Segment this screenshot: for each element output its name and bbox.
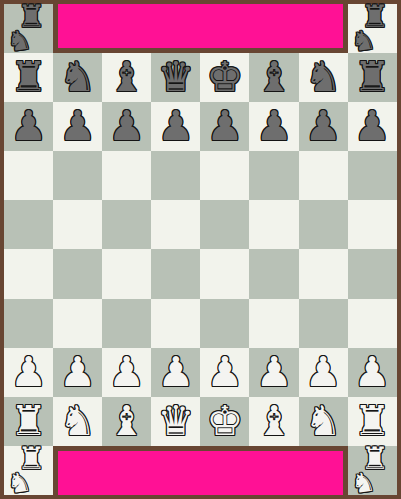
piece-black-bishop[interactable]: ♝	[256, 57, 293, 98]
chancellor-knight-part-icon: ♞	[349, 26, 377, 56]
piece-black-bishop[interactable]: ♝	[108, 57, 145, 98]
square-b8[interactable]: ♟	[53, 102, 102, 151]
square-e6[interactable]	[200, 200, 249, 249]
piece-black-king[interactable]: ♚	[207, 57, 244, 98]
square-a6[interactable]	[4, 200, 53, 249]
piece-white-pawn[interactable]: ♟	[10, 352, 47, 393]
square-a10[interactable]: ♜♞	[4, 4, 53, 53]
piece-white-queen[interactable]: ♛	[157, 401, 194, 442]
square-a5[interactable]	[4, 249, 53, 298]
piece-black-chancellor[interactable]: ♜♞	[4, 4, 53, 53]
piece-black-rook[interactable]: ♜	[354, 57, 391, 98]
square-g3[interactable]: ♟	[299, 348, 348, 397]
square-c6[interactable]	[102, 200, 151, 249]
square-c5[interactable]	[102, 249, 151, 298]
square-a4[interactable]	[4, 299, 53, 348]
piece-black-knight[interactable]: ♞	[59, 57, 96, 98]
square-a9[interactable]: ♜	[4, 53, 53, 102]
piece-black-pawn[interactable]: ♟	[256, 106, 293, 147]
square-f4[interactable]	[249, 299, 298, 348]
piece-white-knight[interactable]: ♞	[305, 401, 342, 442]
square-a3[interactable]: ♟	[4, 348, 53, 397]
square-b5[interactable]	[53, 249, 102, 298]
square-f7[interactable]	[249, 151, 298, 200]
square-c8[interactable]: ♟	[102, 102, 151, 151]
square-c3[interactable]: ♟	[102, 348, 151, 397]
piece-black-chancellor[interactable]: ♜♞	[348, 4, 397, 53]
piece-black-pawn[interactable]: ♟	[59, 106, 96, 147]
square-c9[interactable]: ♝	[102, 53, 151, 102]
chancellor-knight-part-icon: ♞	[349, 467, 377, 497]
square-b4[interactable]	[53, 299, 102, 348]
square-a7[interactable]	[4, 151, 53, 200]
square-e4[interactable]	[200, 299, 249, 348]
piece-white-pawn[interactable]: ♟	[207, 352, 244, 393]
square-b6[interactable]	[53, 200, 102, 249]
square-a1[interactable]: ♜♞	[4, 446, 53, 495]
piece-black-pawn[interactable]: ♟	[10, 106, 47, 147]
square-b2[interactable]: ♞	[53, 397, 102, 446]
square-h9[interactable]: ♜	[348, 53, 397, 102]
square-d6[interactable]	[151, 200, 200, 249]
square-c7[interactable]	[102, 151, 151, 200]
square-f9[interactable]: ♝	[249, 53, 298, 102]
square-h10[interactable]: ♜♞	[348, 4, 397, 53]
square-c2[interactable]: ♝	[102, 397, 151, 446]
square-d9[interactable]: ♛	[151, 53, 200, 102]
piece-black-pawn[interactable]: ♟	[157, 106, 194, 147]
piece-white-pawn[interactable]: ♟	[256, 352, 293, 393]
square-c4[interactable]	[102, 299, 151, 348]
piece-black-pawn[interactable]: ♟	[305, 106, 342, 147]
square-g7[interactable]	[299, 151, 348, 200]
square-f5[interactable]	[249, 249, 298, 298]
piece-white-pawn[interactable]: ♟	[305, 352, 342, 393]
square-h4[interactable]	[348, 299, 397, 348]
square-g4[interactable]	[299, 299, 348, 348]
piece-white-pawn[interactable]: ♟	[59, 352, 96, 393]
piece-white-pawn[interactable]: ♟	[108, 352, 145, 393]
square-d8[interactable]: ♟	[151, 102, 200, 151]
piece-black-pawn[interactable]: ♟	[207, 106, 244, 147]
square-e5[interactable]	[200, 249, 249, 298]
square-e2[interactable]: ♚	[200, 397, 249, 446]
piece-white-king[interactable]: ♚	[207, 401, 244, 442]
square-g2[interactable]: ♞	[299, 397, 348, 446]
piece-white-bishop[interactable]: ♝	[108, 401, 145, 442]
square-d4[interactable]	[151, 299, 200, 348]
square-h1[interactable]: ♜♞	[348, 446, 397, 495]
chancellor-knight-part-icon: ♞	[5, 26, 33, 56]
square-b9[interactable]: ♞	[53, 53, 102, 102]
square-g6[interactable]	[299, 200, 348, 249]
square-h5[interactable]	[348, 249, 397, 298]
piece-white-rook[interactable]: ♜	[354, 401, 391, 442]
square-g9[interactable]: ♞	[299, 53, 348, 102]
piece-black-queen[interactable]: ♛	[157, 57, 194, 98]
piece-white-pawn[interactable]: ♟	[157, 352, 194, 393]
piece-black-pawn[interactable]: ♟	[354, 106, 391, 147]
piece-white-pawn[interactable]: ♟	[354, 352, 391, 393]
offboard-panel-bottom	[53, 446, 348, 495]
square-h2[interactable]: ♜	[348, 397, 397, 446]
piece-white-chancellor[interactable]: ♜♞	[348, 446, 397, 495]
square-b7[interactable]	[53, 151, 102, 200]
square-g8[interactable]: ♟	[299, 102, 348, 151]
square-d7[interactable]	[151, 151, 200, 200]
chessboard: ♜♞♜♞♜♞♝♛♚♝♞♜♟♟♟♟♟♟♟♟♟♟♟♟♟♟♟♟♜♞♝♛♚♝♞♜♜♞♜♞	[4, 4, 397, 495]
square-a2[interactable]: ♜	[4, 397, 53, 446]
square-f2[interactable]: ♝	[249, 397, 298, 446]
square-h6[interactable]	[348, 200, 397, 249]
square-e3[interactable]: ♟	[200, 348, 249, 397]
square-f3[interactable]: ♟	[249, 348, 298, 397]
piece-white-knight[interactable]: ♞	[59, 401, 96, 442]
square-e9[interactable]: ♚	[200, 53, 249, 102]
square-d2[interactable]: ♛	[151, 397, 200, 446]
square-b3[interactable]: ♟	[53, 348, 102, 397]
square-d5[interactable]	[151, 249, 200, 298]
square-f6[interactable]	[249, 200, 298, 249]
square-g5[interactable]	[299, 249, 348, 298]
piece-white-bishop[interactable]: ♝	[256, 401, 293, 442]
square-f8[interactable]: ♟	[249, 102, 298, 151]
square-h8[interactable]: ♟	[348, 102, 397, 151]
piece-black-rook[interactable]: ♜	[10, 57, 47, 98]
square-h3[interactable]: ♟	[348, 348, 397, 397]
board-frame: ♜♞♜♞♜♞♝♛♚♝♞♜♟♟♟♟♟♟♟♟♟♟♟♟♟♟♟♟♜♞♝♛♚♝♞♜♜♞♜♞	[0, 0, 401, 499]
piece-black-pawn[interactable]: ♟	[108, 106, 145, 147]
piece-black-knight[interactable]: ♞	[305, 57, 342, 98]
square-e8[interactable]: ♟	[200, 102, 249, 151]
square-e7[interactable]	[200, 151, 249, 200]
piece-white-rook[interactable]: ♜	[10, 401, 47, 442]
square-h7[interactable]	[348, 151, 397, 200]
square-d3[interactable]: ♟	[151, 348, 200, 397]
offboard-panel-top	[53, 4, 348, 53]
square-a8[interactable]: ♟	[4, 102, 53, 151]
chancellor-knight-part-icon: ♞	[5, 467, 33, 497]
piece-white-chancellor[interactable]: ♜♞	[4, 446, 53, 495]
